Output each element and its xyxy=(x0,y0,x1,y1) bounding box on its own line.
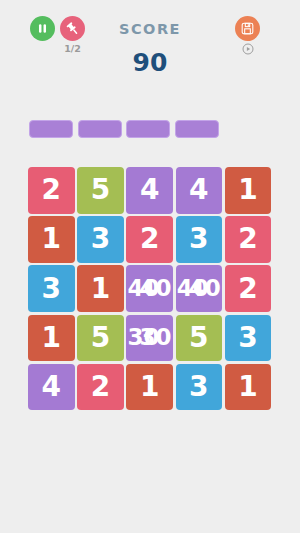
tile-r5c2[interactable]: 2 xyxy=(77,364,124,411)
tile-r2c4[interactable]: 3 xyxy=(176,216,223,263)
next-tile-bar xyxy=(126,120,170,138)
tile-r1c1[interactable]: 2 xyxy=(28,167,75,214)
tile-r4c4[interactable]: 5 xyxy=(176,315,223,362)
tile-r3c5[interactable]: 2 xyxy=(225,265,272,312)
tile-value: 2 xyxy=(238,275,257,303)
score-value: 90 xyxy=(0,48,300,77)
tile-r3c3[interactable]: 4040 xyxy=(126,265,173,312)
tile-value: 2 xyxy=(91,373,110,401)
tile-r3c4[interactable]: 4040 xyxy=(176,265,223,312)
tile-value: 30 xyxy=(132,315,179,362)
tile-value: 3 xyxy=(91,225,110,253)
tile-value: 1 xyxy=(238,176,257,204)
board: 2544113232314040404021530305342131 xyxy=(28,167,271,410)
next-tile-bar xyxy=(78,120,122,138)
tile-r5c4[interactable]: 3 xyxy=(176,364,223,411)
tile-value: 4 xyxy=(42,373,61,401)
tile-r3c2[interactable]: 1 xyxy=(77,265,124,312)
tile-r1c5[interactable]: 1 xyxy=(225,167,272,214)
tile-value: 4 xyxy=(189,176,208,204)
tile-value: 1 xyxy=(42,225,61,253)
game-screen: 1/2 SCORE 90 254411323231404040402153030… xyxy=(0,0,300,533)
tile-r4c5[interactable]: 3 xyxy=(225,315,272,362)
tile-r5c5[interactable]: 1 xyxy=(225,364,272,411)
floppy-disk-icon xyxy=(240,21,255,36)
tile-r2c1[interactable]: 1 xyxy=(28,216,75,263)
tile-r4c2[interactable]: 5 xyxy=(77,315,124,362)
next-tile-bar xyxy=(29,120,73,138)
tile-value: 1 xyxy=(91,275,110,303)
tile-value: 1 xyxy=(140,373,159,401)
tile-r1c2[interactable]: 5 xyxy=(77,167,124,214)
tile-value: 3 xyxy=(238,324,257,352)
tile-value: 2 xyxy=(140,225,159,253)
tile-value: 3 xyxy=(42,275,61,303)
tile-r1c3[interactable]: 4 xyxy=(126,167,173,214)
tile-r2c2[interactable]: 3 xyxy=(77,216,124,263)
tile-value: 3 xyxy=(189,225,208,253)
tile-r4c1[interactable]: 1 xyxy=(28,315,75,362)
tile-r4c3[interactable]: 3030 xyxy=(126,315,173,362)
tile-value: 4 xyxy=(140,176,159,204)
tile-r5c1[interactable]: 4 xyxy=(28,364,75,411)
tile-value: 2 xyxy=(238,225,257,253)
play-circle-icon[interactable] xyxy=(242,43,254,55)
next-tile-bar xyxy=(175,120,219,138)
tile-value: 5 xyxy=(91,324,110,352)
tile-value: 1 xyxy=(42,324,61,352)
tile-r5c3[interactable]: 1 xyxy=(126,364,173,411)
save-button[interactable] xyxy=(235,16,260,41)
tile-r2c5[interactable]: 2 xyxy=(225,216,272,263)
tile-value: 5 xyxy=(189,324,208,352)
tile-value: 1 xyxy=(238,373,257,401)
tile-value: 40 xyxy=(182,265,229,312)
tile-r1c4[interactable]: 4 xyxy=(176,167,223,214)
preview-row xyxy=(29,120,219,138)
tile-value: 3 xyxy=(189,373,208,401)
tile-value: 5 xyxy=(91,176,110,204)
tile-r3c1[interactable]: 3 xyxy=(28,265,75,312)
tile-value: 2 xyxy=(42,176,61,204)
tile-r2c3[interactable]: 2 xyxy=(126,216,173,263)
